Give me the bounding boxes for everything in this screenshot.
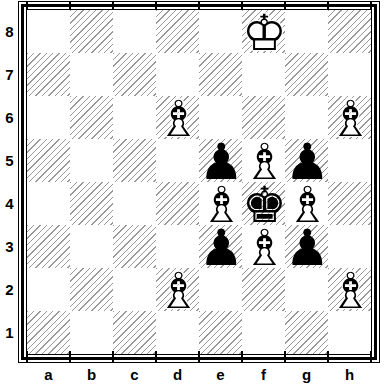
square-g3[interactable]: ♟ [285,225,328,268]
file-label-a: a [27,366,70,383]
square-d1[interactable] [156,311,199,354]
square-c6[interactable] [113,96,156,139]
square-b8[interactable] [70,10,113,53]
square-g2[interactable] [285,268,328,311]
border-tick [26,351,28,362]
white-bishop-glyph: ♗ [328,268,371,311]
square-a3[interactable] [27,225,70,268]
square-b6[interactable] [70,96,113,139]
black-pawn-glyph: ♟ [285,225,328,268]
border-tick [370,351,372,362]
square-g8[interactable] [285,10,328,53]
board-frame: ♚♔♝♗♝♗♟♝♗♟♝♗♚♝♗♟♝♗♟♝♗♝♗ [21,4,377,360]
square-b3[interactable] [70,225,113,268]
border-tick [327,2,329,10]
square-c8[interactable] [113,10,156,53]
border-tick [155,2,157,10]
piece-white-bishop[interactable]: ♝♗ [328,96,371,139]
border-tick [155,351,157,362]
square-b7[interactable] [70,53,113,96]
border-tick [69,2,71,10]
border-tick [69,351,71,362]
square-d2[interactable]: ♝♗ [156,268,199,311]
file-label-b: b [70,366,113,383]
square-f7[interactable] [242,53,285,96]
square-d6[interactable]: ♝♗ [156,96,199,139]
piece-white-bishop[interactable]: ♝♗ [156,268,199,311]
square-h6[interactable]: ♝♗ [328,96,371,139]
square-a7[interactable] [27,53,70,96]
piece-white-king[interactable]: ♚♔ [242,10,285,53]
border-tick [112,351,114,362]
square-c7[interactable] [113,53,156,96]
piece-white-bishop[interactable]: ♝♗ [328,268,371,311]
rank-label-7: 7 [0,53,19,96]
file-labels: abcdefgh [27,366,371,383]
white-bishop-glyph: ♗ [156,268,199,311]
chess-diagram: 87654321 ♚♔♝♗♝♗♟♝♗♟♝♗♚♝♗♟♝♗♟♝♗♝♗ abcdefg… [0,0,386,391]
file-label-e: e [199,366,242,383]
square-d8[interactable] [156,10,199,53]
square-f2[interactable] [242,268,285,311]
square-g7[interactable] [285,53,328,96]
white-bishop-glyph: ♗ [328,96,371,139]
border-tick [198,2,200,10]
border-tick [284,351,286,362]
border-tick [370,2,372,10]
square-a4[interactable] [27,182,70,225]
file-label-c: c [113,366,156,383]
rank-label-5: 5 [0,139,19,182]
border-tick [241,2,243,10]
rank-label-2: 2 [0,268,19,311]
border-tick [26,2,28,10]
square-h2[interactable]: ♝♗ [328,268,371,311]
square-h8[interactable] [328,10,371,53]
square-d4[interactable] [156,182,199,225]
board: ♚♔♝♗♝♗♟♝♗♟♝♗♚♝♗♟♝♗♟♝♗♝♗ [26,9,372,355]
square-c1[interactable] [113,311,156,354]
square-c3[interactable] [113,225,156,268]
square-e1[interactable] [199,311,242,354]
rank-label-3: 3 [0,225,19,268]
square-e2[interactable] [199,268,242,311]
file-label-h: h [328,366,371,383]
square-c2[interactable] [113,268,156,311]
piece-white-bishop[interactable]: ♝♗ [156,96,199,139]
rank-label-6: 6 [0,96,19,139]
square-f3[interactable]: ♝♗ [242,225,285,268]
square-d5[interactable] [156,139,199,182]
white-bishop-glyph: ♗ [242,225,285,268]
square-e8[interactable] [199,10,242,53]
square-c4[interactable] [113,182,156,225]
square-f8[interactable]: ♚♔ [242,10,285,53]
black-pawn-glyph: ♟ [199,225,242,268]
square-h1[interactable] [328,311,371,354]
square-b5[interactable] [70,139,113,182]
square-b2[interactable] [70,268,113,311]
border-tick [327,351,329,362]
square-b4[interactable] [70,182,113,225]
white-bishop-glyph: ♗ [156,96,199,139]
rank-labels: 87654321 [0,10,19,354]
square-e7[interactable] [199,53,242,96]
square-a2[interactable] [27,268,70,311]
rank-label-1: 1 [0,311,19,354]
white-king-glyph: ♔ [242,10,285,53]
piece-black-pawn[interactable]: ♟ [199,225,242,268]
file-label-d: d [156,366,199,383]
piece-white-bishop[interactable]: ♝♗ [242,225,285,268]
square-a8[interactable] [27,10,70,53]
rank-label-4: 4 [0,182,19,225]
square-a1[interactable] [27,311,70,354]
file-label-f: f [242,366,285,383]
square-f1[interactable] [242,311,285,354]
piece-black-pawn[interactable]: ♟ [285,225,328,268]
square-c5[interactable] [113,139,156,182]
square-a6[interactable] [27,96,70,139]
square-e3[interactable]: ♟ [199,225,242,268]
rank-label-8: 8 [0,10,19,53]
border-tick [198,351,200,362]
square-h4[interactable] [328,182,371,225]
border-tick [241,351,243,362]
square-g1[interactable] [285,311,328,354]
square-b1[interactable] [70,311,113,354]
square-h5[interactable] [328,139,371,182]
border-tick [112,2,114,10]
file-label-g: g [285,366,328,383]
border-tick [284,2,286,10]
square-a5[interactable] [27,139,70,182]
